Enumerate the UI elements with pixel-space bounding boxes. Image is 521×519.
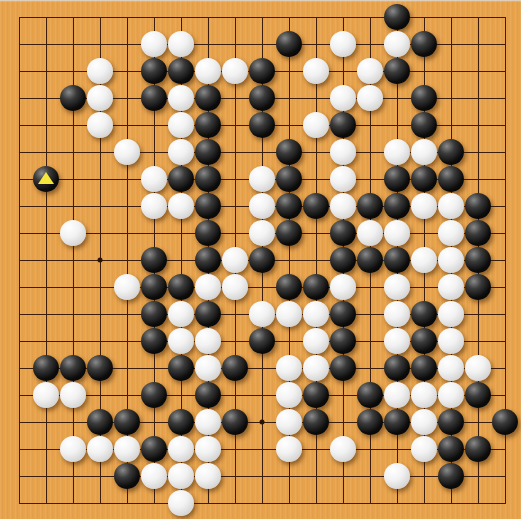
go-board[interactable] — [0, 0, 521, 519]
black-stone-c18r17[interactable] — [465, 436, 491, 462]
black-stone-c14r8[interactable] — [357, 193, 383, 219]
white-stone-c13r6[interactable] — [330, 139, 356, 165]
white-stone-c11r15[interactable] — [276, 382, 302, 408]
black-stone-c6r15[interactable] — [141, 382, 167, 408]
white-stone-c7r19[interactable] — [168, 490, 194, 516]
black-stone-c6r12[interactable] — [141, 301, 167, 327]
white-stone-c17r13[interactable] — [438, 328, 464, 354]
black-stone-c8r15[interactable] — [195, 382, 221, 408]
white-stone-c12r14[interactable] — [303, 355, 329, 381]
white-stone-c8r17[interactable] — [195, 436, 221, 462]
white-stone-c3r9[interactable] — [60, 220, 86, 246]
black-stone-c11r6[interactable] — [276, 139, 302, 165]
black-stone-c8r10[interactable] — [195, 247, 221, 273]
black-stone-c12r15[interactable] — [303, 382, 329, 408]
white-stone-c8r13[interactable] — [195, 328, 221, 354]
black-stone-c10r5[interactable] — [249, 112, 275, 138]
white-stone-c17r14[interactable] — [438, 355, 464, 381]
black-stone-c8r6[interactable] — [195, 139, 221, 165]
black-stone-c8r7[interactable] — [195, 166, 221, 192]
white-stone-c8r16[interactable] — [195, 409, 221, 435]
black-stone-c4r14[interactable] — [87, 355, 113, 381]
last-move-triangle-marker — [38, 172, 54, 184]
white-stone-c5r11[interactable] — [114, 274, 140, 300]
white-stone-c10r12[interactable] — [249, 301, 275, 327]
white-stone-c7r12[interactable] — [168, 301, 194, 327]
white-stone-c4r4[interactable] — [87, 85, 113, 111]
white-stone-c15r15[interactable] — [384, 382, 410, 408]
black-stone-c9r14[interactable] — [222, 355, 248, 381]
black-stone-c17r7[interactable] — [438, 166, 464, 192]
black-stone-c16r2[interactable] — [411, 31, 437, 57]
black-stone-c6r17[interactable] — [141, 436, 167, 462]
black-stone-c17r16[interactable] — [438, 409, 464, 435]
black-stone-c5r18[interactable] — [114, 463, 140, 489]
white-stone-c16r15[interactable] — [411, 382, 437, 408]
black-stone-c14r10[interactable] — [357, 247, 383, 273]
black-stone-c6r3[interactable] — [141, 58, 167, 84]
black-stone-c17r17[interactable] — [438, 436, 464, 462]
black-stone-c15r10[interactable] — [384, 247, 410, 273]
white-stone-c15r6[interactable] — [384, 139, 410, 165]
white-stone-c11r16[interactable] — [276, 409, 302, 435]
white-stone-c7r13[interactable] — [168, 328, 194, 354]
white-stone-c15r13[interactable] — [384, 328, 410, 354]
black-stone-c11r7[interactable] — [276, 166, 302, 192]
white-stone-c16r17[interactable] — [411, 436, 437, 462]
white-stone-c6r2[interactable] — [141, 31, 167, 57]
white-stone-c15r9[interactable] — [384, 220, 410, 246]
black-stone-c16r7[interactable] — [411, 166, 437, 192]
black-stone-c17r6[interactable] — [438, 139, 464, 165]
black-stone-c16r13[interactable] — [411, 328, 437, 354]
black-stone-c11r2[interactable] — [276, 31, 302, 57]
white-stone-c9r11[interactable] — [222, 274, 248, 300]
black-stone-c12r8[interactable] — [303, 193, 329, 219]
white-stone-c9r3[interactable] — [222, 58, 248, 84]
white-stone-c14r9[interactable] — [357, 220, 383, 246]
black-stone-c19r16[interactable] — [492, 409, 518, 435]
white-stone-c2r15[interactable] — [33, 382, 59, 408]
black-stone-c2r14[interactable] — [33, 355, 59, 381]
white-stone-c7r4[interactable] — [168, 85, 194, 111]
black-stone-c16r12[interactable] — [411, 301, 437, 327]
white-stone-c16r8[interactable] — [411, 193, 437, 219]
black-stone-c10r3[interactable] — [249, 58, 275, 84]
black-stone-c11r9[interactable] — [276, 220, 302, 246]
black-stone-c7r16[interactable] — [168, 409, 194, 435]
white-stone-c10r9[interactable] — [249, 220, 275, 246]
white-stone-c15r18[interactable] — [384, 463, 410, 489]
black-stone-c8r4[interactable] — [195, 85, 221, 111]
white-stone-c6r7[interactable] — [141, 166, 167, 192]
black-stone-c8r9[interactable] — [195, 220, 221, 246]
white-stone-c8r14[interactable] — [195, 355, 221, 381]
white-stone-c14r4[interactable] — [357, 85, 383, 111]
black-stone-c16r4[interactable] — [411, 85, 437, 111]
white-stone-c16r10[interactable] — [411, 247, 437, 273]
white-stone-c17r8[interactable] — [438, 193, 464, 219]
black-stone-c10r13[interactable] — [249, 328, 275, 354]
white-stone-c7r2[interactable] — [168, 31, 194, 57]
white-stone-c6r8[interactable] — [141, 193, 167, 219]
white-stone-c18r14[interactable] — [465, 355, 491, 381]
white-stone-c4r17[interactable] — [87, 436, 113, 462]
black-stone-c17r18[interactable] — [438, 463, 464, 489]
black-stone-c6r11[interactable] — [141, 274, 167, 300]
black-stone-c7r14[interactable] — [168, 355, 194, 381]
black-stone-c13r10[interactable] — [330, 247, 356, 273]
black-stone-c15r1[interactable] — [384, 4, 410, 30]
black-stone-c14r16[interactable] — [357, 409, 383, 435]
black-stone-c7r3[interactable] — [168, 58, 194, 84]
white-stone-c4r3[interactable] — [87, 58, 113, 84]
black-stone-c13r14[interactable] — [330, 355, 356, 381]
black-stone-c11r8[interactable] — [276, 193, 302, 219]
star-point — [260, 420, 265, 425]
black-stone-c6r13[interactable] — [141, 328, 167, 354]
white-stone-c11r17[interactable] — [276, 436, 302, 462]
black-stone-c13r13[interactable] — [330, 328, 356, 354]
white-stone-c16r6[interactable] — [411, 139, 437, 165]
white-stone-c5r17[interactable] — [114, 436, 140, 462]
black-stone-c11r11[interactable] — [276, 274, 302, 300]
white-stone-c12r5[interactable] — [303, 112, 329, 138]
black-stone-c6r4[interactable] — [141, 85, 167, 111]
black-stone-c13r12[interactable] — [330, 301, 356, 327]
white-stone-c10r8[interactable] — [249, 193, 275, 219]
black-stone-c18r15[interactable] — [465, 382, 491, 408]
black-stone-c12r16[interactable] — [303, 409, 329, 435]
white-stone-c4r5[interactable] — [87, 112, 113, 138]
white-stone-c11r14[interactable] — [276, 355, 302, 381]
white-stone-c11r12[interactable] — [276, 301, 302, 327]
white-stone-c13r7[interactable] — [330, 166, 356, 192]
star-point — [98, 258, 103, 263]
white-stone-c7r17[interactable] — [168, 436, 194, 462]
black-stone-c6r10[interactable] — [141, 247, 167, 273]
white-stone-c13r17[interactable] — [330, 436, 356, 462]
white-stone-c12r13[interactable] — [303, 328, 329, 354]
white-stone-c17r10[interactable] — [438, 247, 464, 273]
black-stone-c12r11[interactable] — [303, 274, 329, 300]
black-stone-c8r5[interactable] — [195, 112, 221, 138]
black-stone-c8r8[interactable] — [195, 193, 221, 219]
black-stone-c10r4[interactable] — [249, 85, 275, 111]
white-stone-c12r12[interactable] — [303, 301, 329, 327]
white-stone-c13r2[interactable] — [330, 31, 356, 57]
black-stone-c15r16[interactable] — [384, 409, 410, 435]
white-stone-c12r3[interactable] — [303, 58, 329, 84]
black-stone-c15r3[interactable] — [384, 58, 410, 84]
white-stone-c13r11[interactable] — [330, 274, 356, 300]
white-stone-c6r18[interactable] — [141, 463, 167, 489]
white-stone-c7r18[interactable] — [168, 463, 194, 489]
white-stone-c3r17[interactable] — [60, 436, 86, 462]
white-stone-c8r11[interactable] — [195, 274, 221, 300]
white-stone-c17r15[interactable] — [438, 382, 464, 408]
black-stone-c16r5[interactable] — [411, 112, 437, 138]
black-stone-c7r7[interactable] — [168, 166, 194, 192]
black-stone-c18r10[interactable] — [465, 247, 491, 273]
white-stone-c15r2[interactable] — [384, 31, 410, 57]
white-stone-c17r12[interactable] — [438, 301, 464, 327]
black-stone-c8r12[interactable] — [195, 301, 221, 327]
black-stone-c9r16[interactable] — [222, 409, 248, 435]
white-stone-c9r10[interactable] — [222, 247, 248, 273]
white-stone-c7r5[interactable] — [168, 112, 194, 138]
black-stone-c18r9[interactable] — [465, 220, 491, 246]
white-stone-c10r7[interactable] — [249, 166, 275, 192]
black-stone-c4r16[interactable] — [87, 409, 113, 435]
white-stone-c8r18[interactable] — [195, 463, 221, 489]
black-stone-c18r8[interactable] — [465, 193, 491, 219]
white-stone-c15r11[interactable] — [384, 274, 410, 300]
black-stone-c7r11[interactable] — [168, 274, 194, 300]
white-stone-c5r6[interactable] — [114, 139, 140, 165]
black-stone-c3r4[interactable] — [60, 85, 86, 111]
black-stone-c13r5[interactable] — [330, 112, 356, 138]
white-stone-c14r3[interactable] — [357, 58, 383, 84]
white-stone-c7r8[interactable] — [168, 193, 194, 219]
black-stone-c16r14[interactable] — [411, 355, 437, 381]
black-stone-c15r7[interactable] — [384, 166, 410, 192]
black-stone-c5r16[interactable] — [114, 409, 140, 435]
black-stone-c15r8[interactable] — [384, 193, 410, 219]
black-stone-c15r14[interactable] — [384, 355, 410, 381]
white-stone-c17r9[interactable] — [438, 220, 464, 246]
black-stone-c13r9[interactable] — [330, 220, 356, 246]
black-stone-c3r14[interactable] — [60, 355, 86, 381]
white-stone-c16r16[interactable] — [411, 409, 437, 435]
white-stone-c15r12[interactable] — [384, 301, 410, 327]
white-stone-c7r6[interactable] — [168, 139, 194, 165]
black-stone-c10r10[interactable] — [249, 247, 275, 273]
white-stone-c3r15[interactable] — [60, 382, 86, 408]
black-stone-c18r11[interactable] — [465, 274, 491, 300]
white-stone-c8r3[interactable] — [195, 58, 221, 84]
white-stone-c13r8[interactable] — [330, 193, 356, 219]
white-stone-c13r4[interactable] — [330, 85, 356, 111]
black-stone-c14r15[interactable] — [357, 382, 383, 408]
white-stone-c17r11[interactable] — [438, 274, 464, 300]
